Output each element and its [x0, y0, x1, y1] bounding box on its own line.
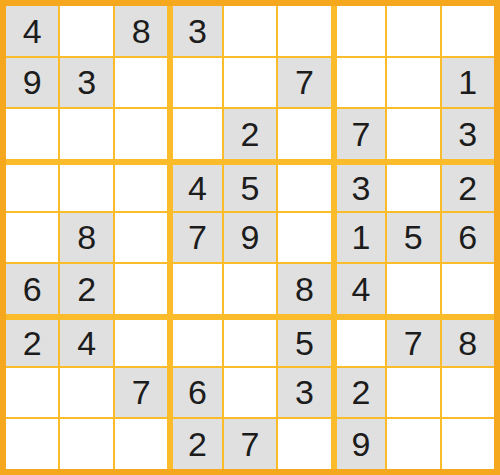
- cell-r9c4: 2: [169, 419, 221, 469]
- cell-r3c5: 2: [224, 109, 276, 159]
- cell-r2c4[interactable]: [169, 58, 221, 108]
- cell-r2c8[interactable]: [387, 58, 439, 108]
- cell-r1c3: 8: [115, 6, 167, 56]
- cell-r9c2[interactable]: [60, 419, 112, 469]
- cell-r9c1[interactable]: [6, 419, 58, 469]
- cell-r8c3: 7: [115, 368, 167, 418]
- cell-r2c5[interactable]: [224, 58, 276, 108]
- cell-r2c6: 7: [278, 58, 330, 108]
- cell-r5c7: 1: [333, 213, 385, 263]
- cell-r4c4: 4: [169, 161, 221, 211]
- cell-r8c9[interactable]: [442, 368, 494, 418]
- cell-r3c1[interactable]: [6, 109, 58, 159]
- cell-r9c3[interactable]: [115, 419, 167, 469]
- cell-r2c1: 9: [6, 58, 58, 108]
- cell-r4c6[interactable]: [278, 161, 330, 211]
- cell-r7c7[interactable]: [333, 316, 385, 366]
- cell-r3c3[interactable]: [115, 109, 167, 159]
- cell-r1c2[interactable]: [60, 6, 112, 56]
- cell-r4c5: 5: [224, 161, 276, 211]
- cell-r3c9: 3: [442, 109, 494, 159]
- cell-r1c9[interactable]: [442, 6, 494, 56]
- cell-r4c7: 3: [333, 161, 385, 211]
- cell-r6c5[interactable]: [224, 264, 276, 314]
- cell-r1c8[interactable]: [387, 6, 439, 56]
- cell-r3c2[interactable]: [60, 109, 112, 159]
- cell-r7c4[interactable]: [169, 316, 221, 366]
- cell-r9c9[interactable]: [442, 419, 494, 469]
- cell-r8c6: 3: [278, 368, 330, 418]
- cell-r6c2: 2: [60, 264, 112, 314]
- cell-r1c7[interactable]: [333, 6, 385, 56]
- cell-r5c9: 6: [442, 213, 494, 263]
- sudoku-puzzle: 483937127345328791566284245787632279: [0, 0, 500, 475]
- cell-r6c4[interactable]: [169, 264, 221, 314]
- cell-r5c8: 5: [387, 213, 439, 263]
- sudoku-board: 483937127345328791566284245787632279: [0, 0, 500, 475]
- cell-r4c1[interactable]: [6, 161, 58, 211]
- cell-r5c1[interactable]: [6, 213, 58, 263]
- cell-r9c8[interactable]: [387, 419, 439, 469]
- cell-r4c9: 2: [442, 161, 494, 211]
- cell-r2c3[interactable]: [115, 58, 167, 108]
- cell-r7c5[interactable]: [224, 316, 276, 366]
- cell-r9c5: 7: [224, 419, 276, 469]
- cell-r4c8[interactable]: [387, 161, 439, 211]
- cell-r2c2: 3: [60, 58, 112, 108]
- cell-r5c5: 9: [224, 213, 276, 263]
- cell-r1c4: 3: [169, 6, 221, 56]
- cell-r6c7: 4: [333, 264, 385, 314]
- cell-r8c5[interactable]: [224, 368, 276, 418]
- cell-r6c8[interactable]: [387, 264, 439, 314]
- cell-r3c7: 7: [333, 109, 385, 159]
- cell-r5c2: 8: [60, 213, 112, 263]
- cell-r8c2[interactable]: [60, 368, 112, 418]
- cell-r8c1[interactable]: [6, 368, 58, 418]
- cell-r7c3[interactable]: [115, 316, 167, 366]
- cell-r3c6[interactable]: [278, 109, 330, 159]
- cell-r7c2: 4: [60, 316, 112, 366]
- cell-r5c3[interactable]: [115, 213, 167, 263]
- cell-r8c7: 2: [333, 368, 385, 418]
- cell-r2c9: 1: [442, 58, 494, 108]
- cell-r1c6[interactable]: [278, 6, 330, 56]
- cell-r7c9: 8: [442, 316, 494, 366]
- cell-r6c6: 8: [278, 264, 330, 314]
- cell-r4c3[interactable]: [115, 161, 167, 211]
- cell-r5c6[interactable]: [278, 213, 330, 263]
- cell-r1c5[interactable]: [224, 6, 276, 56]
- cell-r3c8[interactable]: [387, 109, 439, 159]
- cell-r7c6: 5: [278, 316, 330, 366]
- cell-r6c3[interactable]: [115, 264, 167, 314]
- cell-r4c2[interactable]: [60, 161, 112, 211]
- cell-r9c7: 9: [333, 419, 385, 469]
- cell-r6c9[interactable]: [442, 264, 494, 314]
- cell-r2c7[interactable]: [333, 58, 385, 108]
- cell-r7c1: 2: [6, 316, 58, 366]
- cell-r5c4: 7: [169, 213, 221, 263]
- cell-r8c8[interactable]: [387, 368, 439, 418]
- cell-r6c1: 6: [6, 264, 58, 314]
- cell-r3c4[interactable]: [169, 109, 221, 159]
- cell-r8c4: 6: [169, 368, 221, 418]
- cell-r1c1: 4: [6, 6, 58, 56]
- cell-r9c6[interactable]: [278, 419, 330, 469]
- cell-r7c8: 7: [387, 316, 439, 366]
